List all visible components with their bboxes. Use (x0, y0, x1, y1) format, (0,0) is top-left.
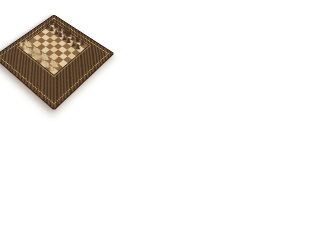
black-pawn-glyph: ♟ (72, 44, 84, 50)
white-rook-glyph: ♜ (45, 65, 58, 72)
square-h1: ♜ (49, 67, 58, 75)
product-photo: ♜♞♝♛♚♝♞♜♟♟♟♟♟♟♟♟♟♟♟♟♟♟♟♟♜♞♝♛♚♝♞♜ (0, 0, 96, 96)
board-grid: ♜♞♝♛♚♝♞♜♟♟♟♟♟♟♟♟♟♟♟♟♟♟♟♟♜♞♝♛♚♝♞♜ (18, 22, 90, 76)
chess-board: ♜♞♝♛♚♝♞♜♟♟♟♟♟♟♟♟♟♟♟♟♟♟♟♟♜♞♝♛♚♝♞♜ (0, 14, 96, 96)
